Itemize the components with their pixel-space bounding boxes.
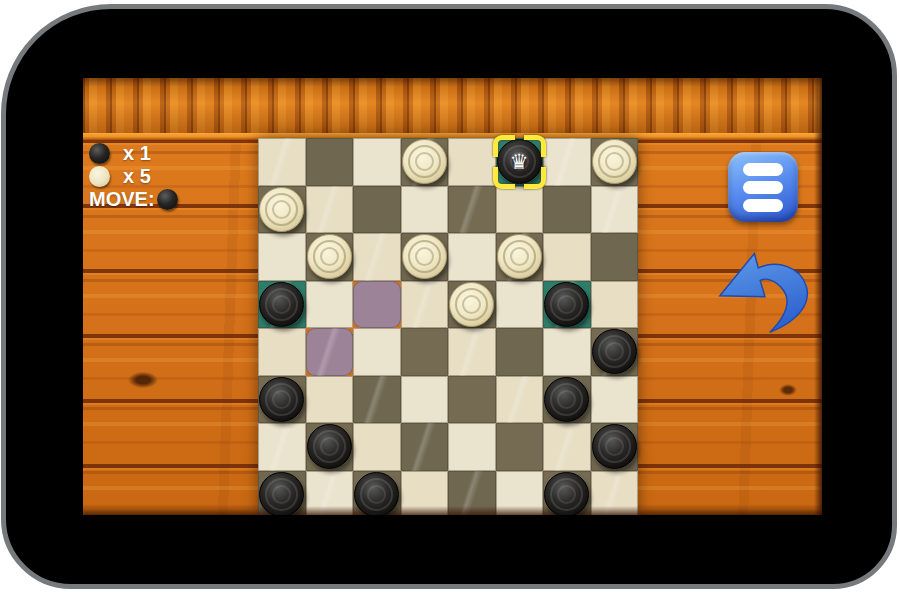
black-piece-icon bbox=[89, 143, 110, 164]
black-piece[interactable] bbox=[544, 282, 589, 327]
square-r0c4[interactable] bbox=[448, 138, 496, 186]
square-r0c5[interactable]: ♛ bbox=[496, 138, 544, 186]
square-r3c7[interactable] bbox=[591, 281, 639, 329]
square-r5c2[interactable] bbox=[353, 376, 401, 424]
square-r6c7[interactable] bbox=[591, 423, 639, 471]
square-r2c3[interactable] bbox=[401, 233, 449, 281]
square-r5c4[interactable] bbox=[448, 376, 496, 424]
menu-pills-icon bbox=[743, 163, 783, 176]
black-piece[interactable] bbox=[592, 424, 637, 469]
white-piece[interactable] bbox=[307, 234, 352, 279]
square-r7c0[interactable] bbox=[258, 471, 306, 516]
undo-button[interactable] bbox=[716, 245, 812, 335]
square-r5c5[interactable] bbox=[496, 376, 544, 424]
square-r2c1[interactable] bbox=[306, 233, 354, 281]
square-r4c3[interactable] bbox=[401, 328, 449, 376]
wood-edge-right bbox=[814, 78, 822, 515]
black-king[interactable]: ♛ bbox=[497, 139, 542, 184]
black-piece[interactable] bbox=[259, 472, 304, 515]
square-r3c2[interactable] bbox=[353, 281, 401, 329]
black-piece[interactable] bbox=[544, 377, 589, 422]
black-piece[interactable] bbox=[354, 472, 399, 515]
square-r4c1[interactable] bbox=[306, 328, 354, 376]
square-r0c1[interactable] bbox=[306, 138, 354, 186]
square-r5c1[interactable] bbox=[306, 376, 354, 424]
game-screen: x 1 x 5 MOVE: ♛ bbox=[83, 78, 822, 515]
square-r2c4[interactable] bbox=[448, 233, 496, 281]
white-piece-icon bbox=[89, 166, 110, 187]
square-r3c0[interactable] bbox=[258, 281, 306, 329]
hud: x 1 x 5 MOVE: bbox=[89, 142, 178, 211]
square-r6c1[interactable] bbox=[306, 423, 354, 471]
white-piece[interactable] bbox=[402, 139, 447, 184]
square-r0c2[interactable] bbox=[353, 138, 401, 186]
black-piece[interactable] bbox=[307, 424, 352, 469]
square-r2c2[interactable] bbox=[353, 233, 401, 281]
white-piece[interactable] bbox=[402, 234, 447, 279]
square-r4c0[interactable] bbox=[258, 328, 306, 376]
wood-edge-bottom bbox=[83, 506, 822, 515]
black-piece[interactable] bbox=[259, 377, 304, 422]
square-r0c6[interactable] bbox=[543, 138, 591, 186]
square-r4c2[interactable] bbox=[353, 328, 401, 376]
square-r1c0[interactable] bbox=[258, 186, 306, 234]
square-r1c5[interactable] bbox=[496, 186, 544, 234]
square-r3c1[interactable] bbox=[306, 281, 354, 329]
white-piece[interactable] bbox=[497, 234, 542, 279]
square-r6c6[interactable] bbox=[543, 423, 591, 471]
move-indicator-row: MOVE: bbox=[89, 188, 178, 211]
square-r7c2[interactable] bbox=[353, 471, 401, 516]
black-piece[interactable] bbox=[544, 472, 589, 515]
undo-arrow-icon bbox=[716, 245, 812, 335]
board: ♛ bbox=[258, 138, 638, 515]
menu-button[interactable] bbox=[728, 152, 798, 222]
black-piece[interactable] bbox=[259, 282, 304, 327]
square-r3c4[interactable] bbox=[448, 281, 496, 329]
square-r3c5[interactable] bbox=[496, 281, 544, 329]
square-r4c4[interactable] bbox=[448, 328, 496, 376]
square-r4c6[interactable] bbox=[543, 328, 591, 376]
white-piece[interactable] bbox=[259, 187, 304, 232]
square-r6c2[interactable] bbox=[353, 423, 401, 471]
square-r0c3[interactable] bbox=[401, 138, 449, 186]
square-r6c0[interactable] bbox=[258, 423, 306, 471]
square-r1c1[interactable] bbox=[306, 186, 354, 234]
square-r7c6[interactable] bbox=[543, 471, 591, 516]
square-r6c4[interactable] bbox=[448, 423, 496, 471]
square-r2c0[interactable] bbox=[258, 233, 306, 281]
square-r1c2[interactable] bbox=[353, 186, 401, 234]
page: { "game": "checkers", "variant": "8x8 dr… bbox=[0, 0, 900, 592]
square-r2c7[interactable] bbox=[591, 233, 639, 281]
square-r6c3[interactable] bbox=[401, 423, 449, 471]
square-r1c6[interactable] bbox=[543, 186, 591, 234]
wood-fence-top bbox=[83, 78, 822, 133]
square-r5c0[interactable] bbox=[258, 376, 306, 424]
square-r6c5[interactable] bbox=[496, 423, 544, 471]
white-captured-count: x 5 bbox=[123, 165, 151, 188]
black-captured-count: x 1 bbox=[123, 142, 151, 165]
square-r5c6[interactable] bbox=[543, 376, 591, 424]
black-captured-row: x 1 bbox=[89, 142, 178, 165]
white-piece[interactable] bbox=[449, 282, 494, 327]
square-r0c0[interactable] bbox=[258, 138, 306, 186]
turn-black-piece-icon bbox=[157, 189, 178, 210]
square-r2c5[interactable] bbox=[496, 233, 544, 281]
square-r1c3[interactable] bbox=[401, 186, 449, 234]
king-crown-icon: ♛ bbox=[498, 140, 541, 183]
move-label: MOVE: bbox=[89, 188, 155, 211]
white-captured-row: x 5 bbox=[89, 165, 178, 188]
black-piece[interactable] bbox=[592, 329, 637, 374]
square-r1c7[interactable] bbox=[591, 186, 639, 234]
square-r3c6[interactable] bbox=[543, 281, 591, 329]
square-r4c5[interactable] bbox=[496, 328, 544, 376]
square-r0c7[interactable] bbox=[591, 138, 639, 186]
square-r5c3[interactable] bbox=[401, 376, 449, 424]
square-r2c6[interactable] bbox=[543, 233, 591, 281]
white-piece[interactable] bbox=[592, 139, 637, 184]
square-r3c3[interactable] bbox=[401, 281, 449, 329]
square-r1c4[interactable] bbox=[448, 186, 496, 234]
square-r4c7[interactable] bbox=[591, 328, 639, 376]
square-r5c7[interactable] bbox=[591, 376, 639, 424]
